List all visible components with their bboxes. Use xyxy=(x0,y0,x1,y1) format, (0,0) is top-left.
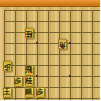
board-cell[interactable] xyxy=(60,55,71,66)
board-cell[interactable] xyxy=(60,11,71,22)
board-cell[interactable] xyxy=(38,66,49,77)
board-cell[interactable] xyxy=(71,55,82,66)
piece-kanji: 角 xyxy=(58,40,65,50)
board-cell[interactable] xyxy=(16,11,27,22)
shogi-piece-rook-7f[interactable]: 飛 xyxy=(25,65,34,76)
board-cell[interactable] xyxy=(5,33,16,44)
board-cell[interactable] xyxy=(49,55,60,66)
board-cell[interactable] xyxy=(93,66,101,77)
board-cell[interactable] xyxy=(71,44,82,55)
shogi-piece-pawn-9f[interactable]: 歩 xyxy=(3,61,12,72)
shogi-piece-king-9h[interactable]: 王 xyxy=(3,87,12,98)
board-cell[interactable] xyxy=(27,55,38,66)
board-cell[interactable] xyxy=(60,99,71,101)
board-cell[interactable] xyxy=(5,99,16,101)
board-cell[interactable] xyxy=(82,33,93,44)
board-cell[interactable] xyxy=(71,99,82,101)
piece-kanji: 桂 xyxy=(25,29,32,39)
board-cell[interactable] xyxy=(82,66,93,77)
board-cell[interactable] xyxy=(93,55,101,66)
piece-kanji: 王 xyxy=(3,88,10,98)
piece-kanji: 飛 xyxy=(25,66,32,76)
piece-kanji: 歩 xyxy=(36,88,43,98)
board-cell[interactable] xyxy=(93,88,101,99)
board-cell[interactable] xyxy=(38,11,49,22)
board-cell[interactable] xyxy=(71,11,82,22)
board-cell[interactable] xyxy=(49,88,60,99)
board-cell[interactable] xyxy=(93,11,101,22)
board-cell[interactable] xyxy=(16,44,27,55)
board-cell[interactable] xyxy=(71,22,82,33)
board-cell[interactable] xyxy=(82,55,93,66)
board-cell[interactable] xyxy=(82,22,93,33)
top-bar xyxy=(0,0,100,7)
board-cell[interactable] xyxy=(82,44,93,55)
board-cell[interactable] xyxy=(49,11,60,22)
board-cell[interactable] xyxy=(93,22,101,33)
board-cell[interactable] xyxy=(16,55,27,66)
board-cell[interactable] xyxy=(82,77,93,88)
board-cell[interactable] xyxy=(49,77,60,88)
piece-kanji: 歩 xyxy=(3,62,10,72)
board-cell[interactable] xyxy=(60,22,71,33)
board-cell[interactable] xyxy=(60,77,71,88)
board-cell[interactable] xyxy=(93,77,101,88)
board-cell[interactable] xyxy=(71,66,82,77)
board-cell[interactable] xyxy=(38,44,49,55)
shogi-piece-silver-7h[interactable]: 銀 xyxy=(25,87,34,98)
shogi-piece-knight-7c[interactable]: 桂 xyxy=(25,28,34,39)
board-cell[interactable] xyxy=(38,22,49,33)
board-cell[interactable] xyxy=(60,88,71,99)
star-point xyxy=(69,42,71,44)
board-cell[interactable] xyxy=(49,22,60,33)
star-point xyxy=(36,42,38,44)
shogi-piece-pawn-6h[interactable]: 歩 xyxy=(36,87,45,98)
board-cell[interactable] xyxy=(82,88,93,99)
board-cell[interactable] xyxy=(27,11,38,22)
board-cell[interactable] xyxy=(71,33,82,44)
piece-kanji: 歩 xyxy=(14,77,21,87)
board-cell[interactable] xyxy=(38,77,49,88)
star-point xyxy=(36,75,38,77)
board-cell[interactable] xyxy=(49,99,60,101)
board-cell[interactable] xyxy=(93,99,101,101)
piece-kanji: 桂 xyxy=(25,77,32,87)
board-cell[interactable] xyxy=(49,66,60,77)
piece-kanji: 銀 xyxy=(25,88,32,98)
board-cell[interactable] xyxy=(82,99,93,101)
shogi-piece-bishop-4d[interactable]: 角 xyxy=(58,39,67,50)
board-cell[interactable] xyxy=(71,88,82,99)
star-point xyxy=(69,75,71,77)
board-cell[interactable] xyxy=(82,11,93,22)
board-cell[interactable] xyxy=(5,11,16,22)
board-cell[interactable] xyxy=(27,99,38,101)
shogi-piece-knight-7g[interactable]: 桂 xyxy=(25,76,34,87)
board-cell[interactable] xyxy=(16,99,27,101)
board-cell[interactable] xyxy=(38,99,49,101)
board-cell[interactable] xyxy=(71,77,82,88)
board-cell[interactable] xyxy=(38,55,49,66)
board-cell[interactable] xyxy=(93,44,101,55)
board-cell[interactable] xyxy=(5,22,16,33)
board-cell[interactable] xyxy=(27,44,38,55)
board-cell[interactable] xyxy=(93,33,101,44)
board-cell[interactable] xyxy=(38,33,49,44)
shogi-app-window: 桂角歩飛歩桂王銀歩 xyxy=(0,0,100,100)
shogi-piece-pawn-8g[interactable]: 歩 xyxy=(14,76,23,87)
board-cell[interactable] xyxy=(5,44,16,55)
